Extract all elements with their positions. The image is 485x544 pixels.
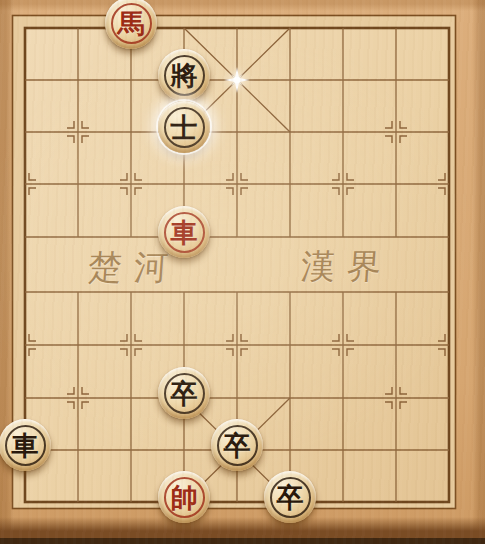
piece-red-horse[interactable]: 馬 [105,0,157,49]
piece-glyph: 將 [171,62,198,89]
piece-glyph: 帥 [171,484,198,511]
piece-glyph: 士 [171,114,198,141]
piece-glyph: 馬 [118,10,145,37]
piece-glyph: 車 [12,432,39,459]
piece-glyph: 卒 [171,380,198,407]
piece-glyph: 卒 [277,484,304,511]
piece-black-soldier[interactable]: 卒 [264,471,316,523]
piece-glyph: 車 [171,219,198,246]
piece-black-soldier[interactable]: 卒 [211,419,263,471]
xiangqi-board: 楚河 漢界 馬將士車卒車卒帥卒 [0,0,485,544]
piece-red-chariot[interactable]: 車 [158,206,210,258]
piece-black-soldier[interactable]: 卒 [158,367,210,419]
piece-red-general[interactable]: 帥 [158,471,210,523]
piece-black-chariot[interactable]: 車 [0,419,51,471]
piece-black-advisor[interactable]: 士 [158,101,210,153]
pieces-layer: 馬將士車卒車卒帥卒 [0,0,474,528]
piece-glyph: 卒 [224,432,251,459]
piece-black-general[interactable]: 將 [158,49,210,101]
